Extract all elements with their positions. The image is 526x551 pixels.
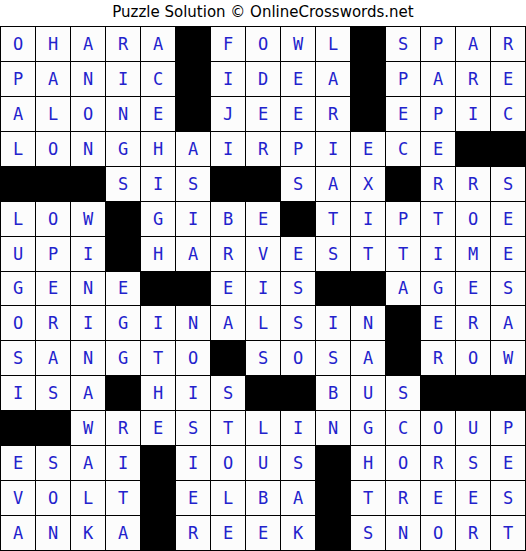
- letter-cell: D: [246, 62, 280, 96]
- letter-cell: H: [141, 376, 175, 410]
- letter-cell: P: [1, 62, 35, 96]
- puzzle-solution-page: Puzzle Solution © OnlineCrosswords.net O…: [0, 0, 526, 551]
- letter-cell: G: [106, 341, 140, 375]
- letter-cell: U: [351, 376, 385, 410]
- letter-cell: W: [71, 202, 105, 236]
- letter-cell: S: [281, 272, 315, 306]
- letter-cell: E: [176, 481, 210, 515]
- black-cell: [1, 167, 35, 201]
- letter-cell: E: [386, 97, 420, 131]
- letter-cell: A: [106, 516, 140, 550]
- letter-cell: I: [351, 202, 385, 236]
- black-cell: [351, 97, 385, 131]
- letter-cell: E: [281, 62, 315, 96]
- letter-cell: S: [36, 376, 70, 410]
- letter-cell: I: [106, 62, 140, 96]
- letter-cell: S: [386, 376, 420, 410]
- letter-cell: X: [351, 167, 385, 201]
- letter-cell: L: [71, 481, 105, 515]
- letter-cell: G: [106, 132, 140, 166]
- black-cell: [176, 62, 210, 96]
- letter-cell: I: [281, 411, 315, 445]
- black-cell: [176, 97, 210, 131]
- letter-cell: S: [176, 411, 210, 445]
- letter-cell: R: [456, 306, 490, 340]
- letter-cell: R: [316, 97, 350, 131]
- letter-cell: C: [141, 62, 175, 96]
- letter-cell: E: [36, 272, 70, 306]
- letter-cell: A: [456, 27, 490, 61]
- letter-cell: O: [211, 446, 245, 480]
- black-cell: [141, 516, 175, 550]
- letter-cell: L: [211, 481, 245, 515]
- letter-cell: O: [246, 27, 280, 61]
- black-cell: [106, 237, 140, 271]
- letter-cell: S: [1, 341, 35, 375]
- letter-cell: L: [316, 27, 350, 61]
- letter-cell: O: [456, 202, 490, 236]
- letter-cell: A: [71, 27, 105, 61]
- letter-cell: R: [211, 237, 245, 271]
- letter-cell: R: [456, 516, 490, 550]
- black-cell: [141, 272, 175, 306]
- letter-cell: E: [491, 62, 525, 96]
- black-cell: [316, 272, 350, 306]
- letter-cell: A: [1, 97, 35, 131]
- letter-cell: A: [211, 306, 245, 340]
- letter-cell: N: [71, 272, 105, 306]
- letter-cell: M: [456, 237, 490, 271]
- letter-cell: E: [1, 446, 35, 480]
- letter-cell: I: [141, 306, 175, 340]
- letter-cell: P: [386, 62, 420, 96]
- letter-cell: P: [281, 132, 315, 166]
- letter-cell: O: [421, 411, 455, 445]
- letter-cell: T: [351, 481, 385, 515]
- letter-cell: O: [421, 516, 455, 550]
- letter-cell: V: [1, 481, 35, 515]
- letter-cell: O: [1, 306, 35, 340]
- letter-cell: A: [176, 237, 210, 271]
- letter-cell: P: [386, 202, 420, 236]
- letter-cell: E: [456, 481, 490, 515]
- letter-cell: E: [141, 97, 175, 131]
- letter-cell: E: [246, 202, 280, 236]
- black-cell: [351, 272, 385, 306]
- letter-cell: E: [421, 132, 455, 166]
- letter-cell: W: [491, 341, 525, 375]
- letter-cell: S: [491, 272, 525, 306]
- letter-cell: J: [211, 97, 245, 131]
- black-cell: [491, 376, 525, 410]
- letter-cell: L: [1, 132, 35, 166]
- black-cell: [386, 167, 420, 201]
- letter-cell: L: [246, 411, 280, 445]
- letter-cell: E: [491, 446, 525, 480]
- letter-cell: E: [211, 516, 245, 550]
- letter-cell: T: [386, 237, 420, 271]
- letter-cell: K: [281, 516, 315, 550]
- letter-cell: R: [456, 62, 490, 96]
- letter-cell: I: [1, 376, 35, 410]
- letter-cell: E: [211, 272, 245, 306]
- letter-cell: E: [421, 481, 455, 515]
- letter-cell: U: [456, 411, 490, 445]
- letter-cell: I: [141, 167, 175, 201]
- letter-cell: P: [491, 411, 525, 445]
- letter-cell: A: [351, 341, 385, 375]
- letter-cell: S: [211, 376, 245, 410]
- letter-cell: S: [176, 167, 210, 201]
- letter-cell: R: [421, 167, 455, 201]
- letter-cell: U: [1, 237, 35, 271]
- letter-cell: S: [281, 167, 315, 201]
- letter-cell: E: [106, 272, 140, 306]
- letter-cell: N: [106, 97, 140, 131]
- letter-cell: O: [176, 341, 210, 375]
- letter-cell: H: [141, 237, 175, 271]
- letter-cell: E: [491, 237, 525, 271]
- letter-cell: R: [456, 167, 490, 201]
- letter-cell: S: [106, 167, 140, 201]
- letter-cell: S: [36, 446, 70, 480]
- letter-cell: L: [246, 306, 280, 340]
- letter-cell: G: [141, 202, 175, 236]
- letter-cell: P: [421, 27, 455, 61]
- black-cell: [71, 167, 105, 201]
- letter-cell: A: [71, 376, 105, 410]
- black-cell: [386, 306, 420, 340]
- letter-cell: E: [351, 132, 385, 166]
- black-cell: [141, 481, 175, 515]
- letter-cell: E: [246, 516, 280, 550]
- letter-cell: S: [456, 446, 490, 480]
- letter-cell: R: [386, 481, 420, 515]
- letter-cell: I: [106, 446, 140, 480]
- letter-cell: S: [386, 27, 420, 61]
- letter-cell: A: [71, 446, 105, 480]
- letter-cell: S: [491, 167, 525, 201]
- letter-cell: I: [316, 132, 350, 166]
- letter-cell: O: [281, 341, 315, 375]
- letter-cell: F: [211, 27, 245, 61]
- black-cell: [491, 132, 525, 166]
- letter-cell: E: [141, 411, 175, 445]
- letter-cell: H: [36, 27, 70, 61]
- letter-cell: E: [456, 272, 490, 306]
- black-cell: [386, 341, 420, 375]
- letter-cell: I: [176, 202, 210, 236]
- letter-cell: U: [246, 446, 280, 480]
- letter-cell: I: [456, 97, 490, 131]
- page-title: Puzzle Solution © OnlineCrosswords.net: [0, 0, 526, 26]
- letter-cell: W: [71, 411, 105, 445]
- letter-cell: R: [246, 132, 280, 166]
- black-cell: [316, 481, 350, 515]
- letter-cell: T: [316, 202, 350, 236]
- letter-cell: I: [71, 306, 105, 340]
- letter-cell: L: [36, 97, 70, 131]
- black-cell: [106, 202, 140, 236]
- letter-cell: A: [176, 132, 210, 166]
- letter-cell: E: [246, 97, 280, 131]
- letter-cell: E: [491, 202, 525, 236]
- letter-cell: A: [421, 62, 455, 96]
- letter-cell: O: [36, 481, 70, 515]
- letter-cell: H: [141, 132, 175, 166]
- black-cell: [351, 27, 385, 61]
- letter-cell: P: [421, 97, 455, 131]
- black-cell: [351, 62, 385, 96]
- letter-cell: I: [421, 237, 455, 271]
- black-cell: [246, 167, 280, 201]
- letter-cell: C: [386, 132, 420, 166]
- letter-cell: O: [36, 202, 70, 236]
- letter-cell: O: [456, 341, 490, 375]
- letter-cell: T: [421, 202, 455, 236]
- black-cell: [281, 376, 315, 410]
- letter-cell: S: [491, 481, 525, 515]
- letter-cell: T: [106, 481, 140, 515]
- letter-cell: G: [351, 411, 385, 445]
- letter-cell: A: [141, 27, 175, 61]
- letter-cell: R: [421, 341, 455, 375]
- black-cell: [456, 132, 490, 166]
- letter-cell: L: [1, 202, 35, 236]
- letter-cell: T: [211, 411, 245, 445]
- letter-cell: S: [316, 237, 350, 271]
- letter-cell: K: [71, 516, 105, 550]
- letter-cell: S: [316, 341, 350, 375]
- black-cell: [176, 272, 210, 306]
- letter-cell: O: [71, 97, 105, 131]
- letter-cell: G: [421, 272, 455, 306]
- letter-cell: R: [176, 516, 210, 550]
- letter-cell: A: [1, 516, 35, 550]
- letter-cell: I: [316, 306, 350, 340]
- crossword-grid: OHARAFOWLSPARPANICIDEAPAREALONEJEEREPICL…: [0, 26, 526, 551]
- letter-cell: N: [351, 306, 385, 340]
- letter-cell: N: [176, 306, 210, 340]
- letter-cell: A: [316, 167, 350, 201]
- black-cell: [176, 27, 210, 61]
- letter-cell: A: [36, 62, 70, 96]
- letter-cell: N: [36, 516, 70, 550]
- black-cell: [421, 376, 455, 410]
- letter-cell: S: [281, 306, 315, 340]
- letter-cell: I: [176, 376, 210, 410]
- letter-cell: I: [211, 62, 245, 96]
- letter-cell: R: [36, 306, 70, 340]
- black-cell: [316, 446, 350, 480]
- letter-cell: E: [281, 237, 315, 271]
- letter-cell: T: [491, 516, 525, 550]
- letter-cell: E: [421, 306, 455, 340]
- letter-cell: W: [281, 27, 315, 61]
- letter-cell: E: [281, 97, 315, 131]
- letter-cell: R: [106, 411, 140, 445]
- letter-cell: A: [281, 481, 315, 515]
- letter-cell: C: [386, 411, 420, 445]
- black-cell: [281, 202, 315, 236]
- black-cell: [316, 516, 350, 550]
- letter-cell: A: [386, 272, 420, 306]
- letter-cell: R: [421, 446, 455, 480]
- letter-cell: A: [36, 341, 70, 375]
- letter-cell: H: [351, 446, 385, 480]
- black-cell: [106, 376, 140, 410]
- letter-cell: C: [491, 97, 525, 131]
- letter-cell: N: [71, 62, 105, 96]
- letter-cell: T: [351, 237, 385, 271]
- black-cell: [246, 376, 280, 410]
- letter-cell: N: [71, 132, 105, 166]
- letter-cell: S: [246, 341, 280, 375]
- letter-cell: G: [1, 272, 35, 306]
- black-cell: [211, 167, 245, 201]
- letter-cell: P: [36, 237, 70, 271]
- letter-cell: R: [491, 27, 525, 61]
- letter-cell: N: [316, 411, 350, 445]
- letter-cell: I: [176, 446, 210, 480]
- letter-cell: S: [281, 446, 315, 480]
- letter-cell: O: [36, 132, 70, 166]
- black-cell: [211, 341, 245, 375]
- letter-cell: B: [316, 376, 350, 410]
- letter-cell: B: [211, 202, 245, 236]
- black-cell: [456, 376, 490, 410]
- letter-cell: N: [71, 341, 105, 375]
- letter-cell: T: [141, 341, 175, 375]
- black-cell: [141, 446, 175, 480]
- letter-cell: O: [1, 27, 35, 61]
- letter-cell: R: [106, 27, 140, 61]
- letter-cell: B: [246, 481, 280, 515]
- letter-cell: A: [316, 62, 350, 96]
- letter-cell: G: [106, 306, 140, 340]
- letter-cell: I: [71, 237, 105, 271]
- black-cell: [36, 411, 70, 445]
- letter-cell: S: [351, 516, 385, 550]
- letter-cell: I: [211, 132, 245, 166]
- black-cell: [1, 411, 35, 445]
- black-cell: [36, 167, 70, 201]
- letter-cell: A: [491, 306, 525, 340]
- letter-cell: O: [386, 446, 420, 480]
- letter-cell: V: [246, 237, 280, 271]
- letter-cell: N: [386, 516, 420, 550]
- letter-cell: I: [246, 272, 280, 306]
